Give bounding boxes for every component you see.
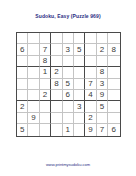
cell-r2c6: 5 — [74, 44, 85, 55]
cell-r9c6 — [74, 124, 85, 135]
cell-r7c4 — [51, 101, 62, 112]
cell-r1c8 — [97, 33, 108, 44]
cell-r5c2 — [28, 79, 39, 90]
cell-r1c4 — [51, 33, 62, 44]
cell-r3c2 — [28, 56, 39, 67]
cell-r1c6 — [74, 33, 85, 44]
cell-r8c1 — [17, 113, 28, 124]
cell-r8c6 — [74, 113, 85, 124]
cell-r3c8 — [97, 56, 108, 67]
cell-r1c1 — [17, 33, 28, 44]
cell-r6c8: 9 — [97, 90, 108, 101]
cell-r5c3 — [40, 79, 51, 90]
cell-r3c7 — [85, 56, 96, 67]
cell-r6c2 — [28, 90, 39, 101]
cell-r9c1: 5 — [17, 124, 28, 135]
cell-r4c9 — [108, 67, 119, 78]
cell-r8c9 — [108, 113, 119, 124]
cell-r2c5: 3 — [63, 44, 74, 55]
cell-r7c7 — [85, 101, 96, 112]
cell-r5c9 — [108, 79, 119, 90]
cell-r2c4 — [51, 44, 62, 55]
cell-r8c3 — [40, 113, 51, 124]
cell-r6c9 — [108, 90, 119, 101]
cell-r3c4 — [51, 56, 62, 67]
cell-r7c6: 3 — [74, 101, 85, 112]
cell-r6c4 — [51, 90, 62, 101]
cell-r9c2 — [28, 124, 39, 135]
cell-r4c4: 2 — [51, 67, 62, 78]
cell-r5c6 — [74, 79, 85, 90]
cell-r8c5 — [63, 113, 74, 124]
cell-r9c7: 9 — [85, 124, 96, 135]
cell-r5c7: 7 — [85, 79, 96, 90]
cell-r1c7 — [85, 33, 96, 44]
cell-r5c4: 8 — [51, 79, 62, 90]
cell-r6c6 — [74, 90, 85, 101]
cell-r6c3: 2 — [40, 90, 51, 101]
sudoku-print-page: Sudoku, Easy (Puzzle 969) 67352881288573… — [0, 0, 136, 176]
cell-r7c3 — [40, 101, 51, 112]
cell-r9c3 — [40, 124, 51, 135]
cell-r7c8: 5 — [97, 101, 108, 112]
cell-r5c8: 3 — [97, 79, 108, 90]
cell-r9c8: 7 — [97, 124, 108, 135]
cell-r8c2: 9 — [28, 113, 39, 124]
cell-r8c4 — [51, 113, 62, 124]
cell-r9c4 — [51, 124, 62, 135]
cell-r8c7: 2 — [85, 113, 96, 124]
page-title: Sudoku, Easy (Puzzle 969) — [0, 13, 136, 19]
cell-r4c6 — [74, 67, 85, 78]
cell-r6c7: 4 — [85, 90, 96, 101]
footer-url: www.printmysudoku.com — [0, 162, 136, 167]
cell-r2c1: 6 — [17, 44, 28, 55]
cell-r2c9: 8 — [108, 44, 119, 55]
cell-r4c1 — [17, 67, 28, 78]
sudoku-board: 6735288128857326492359251976 — [16, 32, 121, 137]
cell-r7c2 — [28, 101, 39, 112]
cell-r4c3: 1 — [40, 67, 51, 78]
cell-r3c1 — [17, 56, 28, 67]
cell-r9c9: 6 — [108, 124, 119, 135]
cell-r3c5 — [63, 56, 74, 67]
cell-r6c5: 6 — [63, 90, 74, 101]
cell-r1c2 — [28, 33, 39, 44]
cell-r7c5 — [63, 101, 74, 112]
cell-r4c8: 8 — [97, 67, 108, 78]
cell-r2c2 — [28, 44, 39, 55]
cell-r5c5: 5 — [63, 79, 74, 90]
cell-r4c7 — [85, 67, 96, 78]
cell-r3c3: 8 — [40, 56, 51, 67]
cell-r7c9 — [108, 101, 119, 112]
cell-r2c3: 7 — [40, 44, 51, 55]
cell-r1c9 — [108, 33, 119, 44]
cell-r6c1 — [17, 90, 28, 101]
cell-r4c5 — [63, 67, 74, 78]
cell-r8c8 — [97, 113, 108, 124]
cell-r2c7 — [85, 44, 96, 55]
cell-r1c3 — [40, 33, 51, 44]
cell-r2c8: 2 — [97, 44, 108, 55]
cell-r9c5: 1 — [63, 124, 74, 135]
cell-r4c2 — [28, 67, 39, 78]
cell-r1c5 — [63, 33, 74, 44]
cell-r3c6 — [74, 56, 85, 67]
cell-r5c1 — [17, 79, 28, 90]
cell-r7c1: 2 — [17, 101, 28, 112]
cell-r3c9 — [108, 56, 119, 67]
